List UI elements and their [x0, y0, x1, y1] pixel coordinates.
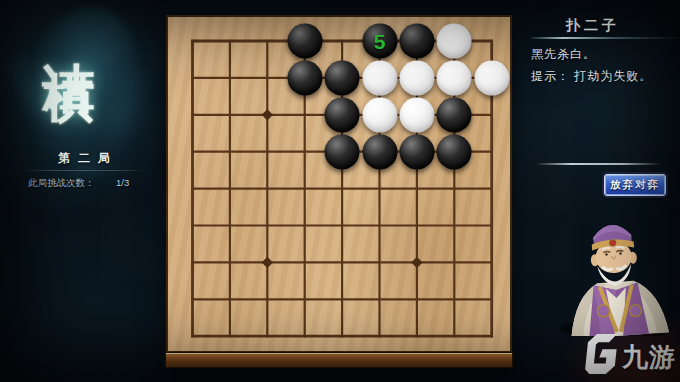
stone-black [325, 97, 360, 132]
divider [22, 170, 146, 171]
give-up-button[interactable]: 放弃对弈 [604, 174, 666, 196]
stone-black [325, 60, 360, 95]
attempts-value: 1/3 [116, 177, 129, 188]
stone-black [362, 134, 397, 169]
stone-black [287, 24, 322, 59]
stone-black [399, 134, 434, 169]
stone-white [437, 60, 472, 95]
attempts-counter: 此局挑战次数： 1/3 [28, 177, 158, 190]
attempts-label: 此局挑战次数： [28, 177, 95, 188]
brand-name: 九游 [622, 340, 676, 375]
stone-black [325, 134, 360, 169]
npc-old-master-illustration [550, 210, 680, 336]
stone-white [362, 60, 397, 95]
stone-white [474, 60, 509, 95]
stone-black [287, 60, 322, 95]
divider [537, 163, 660, 165]
puzzle-hint: 提示： 打劫为失败。 [531, 68, 652, 85]
round-label: 第二局 [0, 150, 168, 167]
brand-g-icon [582, 334, 622, 374]
title-underline [531, 37, 678, 39]
stone-white [437, 24, 472, 59]
go-board[interactable]: 5 [166, 15, 512, 367]
stone-black [437, 97, 472, 132]
game-screen: 诘棋 第二局 此局挑战次数： 1/3 5 扑二子 黑先杀白。 提示： 打劫为失败… [0, 0, 680, 382]
stone-black: 5 [362, 24, 397, 59]
puzzle-objective: 黑先杀白。 [531, 46, 596, 63]
stone-white [399, 97, 434, 132]
brand-watermark: 九游 [584, 334, 680, 380]
stone-white [362, 97, 397, 132]
move-number-label: 5 [374, 31, 386, 52]
stone-black [399, 24, 434, 59]
puzzle-title: 扑二子 [531, 17, 651, 35]
stone-white [399, 60, 434, 95]
stone-black [437, 134, 472, 169]
